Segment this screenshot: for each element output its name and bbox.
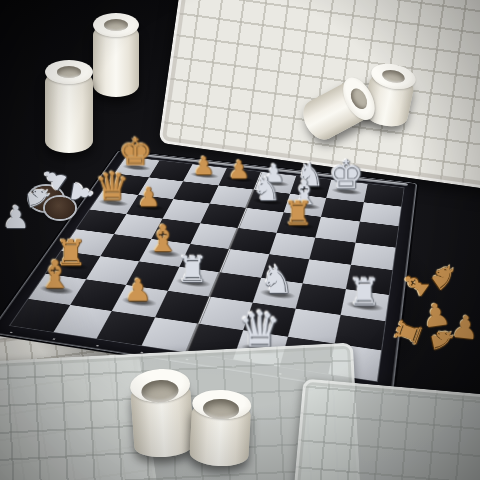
- offboard-piece-gold-n: ♞: [425, 324, 459, 355]
- offboard-piece-silver-p: ♟: [67, 178, 98, 207]
- offboard-pieces-layer: ♟♟♟♞♝♞♟♟♜♞: [0, 0, 480, 480]
- chess-set-product-photo: ♚♟♟♟♞♚♞♝♛♟♜♝♜♜♞♜♝♟♛ ♟♟♟♞♝♞♟♟♜♞: [0, 0, 480, 480]
- offboard-piece-silver-n: ♞: [21, 182, 54, 213]
